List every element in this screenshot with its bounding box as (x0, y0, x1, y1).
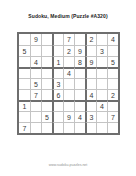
sudoku-cell (30, 67, 41, 78)
sudoku-cell (85, 45, 96, 56)
sudoku-cell: 2 (85, 34, 96, 45)
sudoku-cell (96, 56, 107, 67)
sudoku-cell (96, 67, 107, 78)
sudoku-cell (96, 111, 107, 122)
sudoku-cell (107, 45, 118, 56)
sudoku-cell (41, 89, 52, 100)
sudoku-cell: 5 (41, 111, 52, 122)
sudoku-cell (41, 67, 52, 78)
sudoku-cell (19, 56, 30, 67)
sudoku-cell (107, 100, 118, 111)
sudoku-cell: 4 (107, 34, 118, 45)
sudoku-cell (41, 100, 52, 111)
footer-url: www.sudoku-puzzles.net (0, 163, 136, 167)
sudoku-cell: 8 (74, 56, 85, 67)
sudoku-cell (41, 78, 52, 89)
sudoku-cell (85, 78, 96, 89)
sudoku-cell (107, 122, 118, 133)
sudoku-cell: 3 (96, 45, 107, 56)
sudoku-cell: 4 (30, 56, 41, 67)
sudoku-cell: 9 (63, 111, 74, 122)
sudoku-cell (107, 78, 118, 89)
sudoku-cell: 4 (85, 89, 96, 100)
sudoku-cell (41, 56, 52, 67)
sudoku-cell (63, 100, 74, 111)
sudoku-cell (96, 34, 107, 45)
sudoku-cell (74, 89, 85, 100)
sudoku-cell: 3 (52, 78, 63, 89)
sudoku-cell: 9 (30, 34, 41, 45)
sudoku-cell (30, 122, 41, 133)
sudoku-cell: 2 (107, 89, 118, 100)
sudoku-cell (19, 67, 30, 78)
sudoku-cell (74, 100, 85, 111)
sudoku-cell (74, 78, 85, 89)
sudoku-cell (30, 100, 41, 111)
sudoku-cell (19, 111, 30, 122)
sudoku-cell: 5 (19, 45, 30, 56)
sudoku-cell (85, 100, 96, 111)
sudoku-cell: 1 (19, 100, 30, 111)
sudoku-cell (41, 34, 52, 45)
sudoku-cell: 5 (30, 78, 41, 89)
sudoku-cell (30, 45, 41, 56)
sudoku-cell (63, 56, 74, 67)
sudoku-cell (52, 67, 63, 78)
sudoku-board: 9724529341895453764214594377 (17, 32, 120, 135)
sudoku-cell (30, 111, 41, 122)
sudoku-cell (74, 67, 85, 78)
sudoku-cell (96, 122, 107, 133)
sudoku-cell: 9 (85, 56, 96, 67)
sudoku-cell: 3 (85, 111, 96, 122)
sudoku-cell: 5 (107, 56, 118, 67)
sudoku-cell (19, 89, 30, 100)
sudoku-cell: 7 (63, 34, 74, 45)
sudoku-cell: 2 (63, 45, 74, 56)
sudoku-cell (19, 34, 30, 45)
sudoku-cell (63, 122, 74, 133)
sudoku-cell (41, 45, 52, 56)
sudoku-cell: 4 (63, 67, 74, 78)
sudoku-cell: 1 (52, 56, 63, 67)
sudoku-cell: 9 (74, 45, 85, 56)
sudoku-cell (63, 89, 74, 100)
sudoku-cell (52, 122, 63, 133)
sudoku-cell (96, 89, 107, 100)
sudoku-cell (85, 67, 96, 78)
sudoku-cell (74, 34, 85, 45)
sudoku-cell (19, 78, 30, 89)
sudoku-cell (52, 100, 63, 111)
sudoku-cell (96, 78, 107, 89)
page-title: Sudoku, Medium (Puzzle #A320) (0, 13, 136, 19)
sudoku-cell (85, 122, 96, 133)
sudoku-cell (107, 67, 118, 78)
sudoku-cell: 7 (19, 122, 30, 133)
sudoku-cell: 7 (30, 89, 41, 100)
puzzle-page: Sudoku, Medium (Puzzle #A320) 9724529341… (0, 0, 136, 176)
sudoku-cell: 4 (74, 111, 85, 122)
sudoku-cell (41, 122, 52, 133)
sudoku-cell: 4 (96, 100, 107, 111)
sudoku-cell (74, 122, 85, 133)
sudoku-cell (52, 34, 63, 45)
sudoku-cell: 7 (107, 111, 118, 122)
sudoku-cell (63, 78, 74, 89)
sudoku-cell: 6 (52, 89, 63, 100)
sudoku-cell (52, 111, 63, 122)
sudoku-cell (52, 45, 63, 56)
